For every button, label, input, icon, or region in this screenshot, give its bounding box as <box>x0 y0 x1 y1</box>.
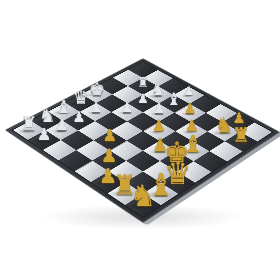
chess-board <box>13 62 272 217</box>
chess-set-photo: ♜♞♝♛♚♜♞♝♟♟♟♟♟♟♟♟♞♜♝♛♚♝♞♜♟♟♟♟♟♟♟♟ <box>0 0 280 280</box>
